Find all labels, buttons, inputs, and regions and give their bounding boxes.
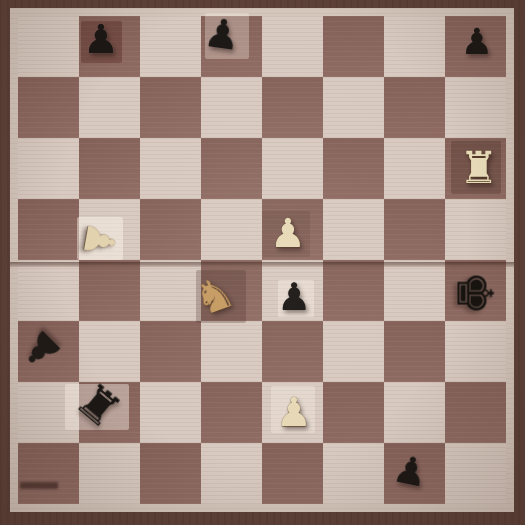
- square-f1[interactable]: [323, 443, 384, 504]
- square-a8[interactable]: [18, 16, 79, 77]
- square-a7[interactable]: [18, 77, 79, 138]
- square-c3[interactable]: [140, 321, 201, 382]
- square-b1[interactable]: [79, 443, 140, 504]
- piece-white-pawn-e5[interactable]: ♟: [270, 213, 306, 253]
- square-c7[interactable]: [140, 77, 201, 138]
- square-f6[interactable]: [323, 138, 384, 199]
- square-e6[interactable]: [262, 138, 323, 199]
- maker-stamp: [20, 482, 58, 489]
- photo-layer: ♟♟♟♜♟♟♞♟♚♟♜♟♟: [0, 0, 525, 525]
- square-c1[interactable]: [140, 443, 201, 504]
- piece-black-king-h4[interactable]: ♚: [450, 271, 500, 316]
- square-a1[interactable]: [18, 443, 79, 504]
- square-b6[interactable]: [79, 138, 140, 199]
- square-e7[interactable]: [262, 77, 323, 138]
- square-g8[interactable]: [384, 16, 445, 77]
- square-g7[interactable]: [384, 77, 445, 138]
- square-e3[interactable]: [262, 321, 323, 382]
- piece-black-pawn-h8[interactable]: ♟: [461, 24, 493, 60]
- square-d7[interactable]: [201, 77, 262, 138]
- square-d3[interactable]: [201, 321, 262, 382]
- piece-black-pawn-e4[interactable]: ♟: [277, 278, 311, 316]
- square-f3[interactable]: [323, 321, 384, 382]
- square-g6[interactable]: [384, 138, 445, 199]
- square-g4[interactable]: [384, 260, 445, 321]
- square-g2[interactable]: [384, 382, 445, 443]
- square-f8[interactable]: [323, 16, 384, 77]
- square-c6[interactable]: [140, 138, 201, 199]
- square-b7[interactable]: [79, 77, 140, 138]
- square-a4[interactable]: [18, 260, 79, 321]
- square-h2[interactable]: [445, 382, 506, 443]
- square-d5[interactable]: [201, 199, 262, 260]
- piece-white-pawn-b5[interactable]: ♟: [77, 219, 123, 261]
- square-c5[interactable]: [140, 199, 201, 260]
- square-d1[interactable]: [201, 443, 262, 504]
- square-e1[interactable]: [262, 443, 323, 504]
- square-b4[interactable]: [79, 260, 140, 321]
- square-f7[interactable]: [323, 77, 384, 138]
- board-fold-seam: [10, 262, 514, 267]
- square-h5[interactable]: [445, 199, 506, 260]
- square-d2[interactable]: [201, 382, 262, 443]
- square-a6[interactable]: [18, 138, 79, 199]
- square-d6[interactable]: [201, 138, 262, 199]
- square-f5[interactable]: [323, 199, 384, 260]
- square-c8[interactable]: [140, 16, 201, 77]
- piece-black-pawn-d8[interactable]: ♟: [202, 12, 243, 57]
- piece-white-pawn-e2[interactable]: ♟: [276, 392, 312, 432]
- square-g5[interactable]: [384, 199, 445, 260]
- square-h3[interactable]: [445, 321, 506, 382]
- chess-board-photo: ♟♟♟♜♟♟♞♟♚♟♜♟♟: [0, 0, 525, 525]
- square-e8[interactable]: [262, 16, 323, 77]
- square-f4[interactable]: [323, 260, 384, 321]
- square-f2[interactable]: [323, 382, 384, 443]
- piece-black-pawn-b8[interactable]: ♟: [83, 19, 119, 59]
- square-b3[interactable]: [79, 321, 140, 382]
- square-g3[interactable]: [384, 321, 445, 382]
- square-c2[interactable]: [140, 382, 201, 443]
- square-h1[interactable]: [445, 443, 506, 504]
- square-a5[interactable]: [18, 199, 79, 260]
- square-h7[interactable]: [445, 77, 506, 138]
- piece-white-rook-h6[interactable]: ♜: [459, 146, 498, 190]
